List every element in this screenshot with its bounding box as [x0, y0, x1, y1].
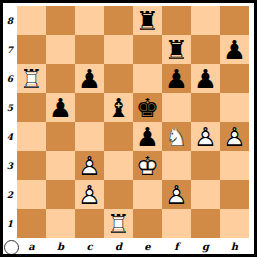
square-e2[interactable] — [133, 180, 162, 209]
square-b3[interactable] — [46, 151, 75, 180]
white-pawn-fill: ♟ — [220, 122, 249, 151]
square-b1[interactable] — [46, 209, 75, 238]
square-h3[interactable] — [220, 151, 249, 180]
square-b5[interactable]: ♟ — [46, 93, 75, 122]
square-f6[interactable]: ♟ — [162, 64, 191, 93]
file-label-e: e — [133, 238, 162, 254]
square-f1[interactable] — [162, 209, 191, 238]
square-g5[interactable] — [191, 93, 220, 122]
file-label-h: h — [220, 238, 249, 254]
black-pawn: ♟ — [162, 64, 191, 93]
square-b7[interactable] — [46, 35, 75, 64]
square-a4[interactable] — [17, 122, 46, 151]
square-g8[interactable] — [191, 6, 220, 35]
white-to-move-indicator — [4, 240, 19, 255]
square-e3[interactable]: ♚♔ — [133, 151, 162, 180]
square-d7[interactable] — [104, 35, 133, 64]
white-king-fill: ♚ — [133, 151, 162, 180]
rank-label-1: 1 — [3, 209, 17, 238]
black-pawn: ♟ — [46, 93, 75, 122]
square-e5[interactable]: ♚ — [133, 93, 162, 122]
file-label-g: g — [191, 238, 220, 254]
square-g3[interactable] — [191, 151, 220, 180]
square-d2[interactable] — [104, 180, 133, 209]
file-label-f: f — [162, 238, 191, 254]
white-pawn: ♙ — [191, 122, 220, 151]
rank-label-2: 2 — [3, 180, 17, 209]
rank-label-4: 4 — [3, 122, 17, 151]
square-b2[interactable] — [46, 180, 75, 209]
file-labels: abcdefgh — [17, 238, 249, 254]
square-a2[interactable] — [17, 180, 46, 209]
board: ♜♜♟♜♖♟♟♟♟♝♚♟♞♘♟♙♟♙♟♙♚♔♟♙♟♙♜♖ — [17, 6, 249, 238]
square-c7[interactable] — [75, 35, 104, 64]
square-a1[interactable] — [17, 209, 46, 238]
chess-diagram: 87654321 ♜♜♟♜♖♟♟♟♟♝♚♟♞♘♟♙♟♙♟♙♚♔♟♙♟♙♜♖ ab… — [0, 0, 257, 257]
square-h6[interactable] — [220, 64, 249, 93]
square-c4[interactable] — [75, 122, 104, 151]
square-d1[interactable]: ♜♖ — [104, 209, 133, 238]
square-h5[interactable] — [220, 93, 249, 122]
square-h2[interactable] — [220, 180, 249, 209]
black-rook: ♜ — [162, 35, 191, 64]
square-a8[interactable] — [17, 6, 46, 35]
square-g6[interactable]: ♟ — [191, 64, 220, 93]
square-e7[interactable] — [133, 35, 162, 64]
rank-label-7: 7 — [3, 35, 17, 64]
black-pawn: ♟ — [75, 64, 104, 93]
square-c6[interactable]: ♟ — [75, 64, 104, 93]
black-king: ♚ — [133, 93, 162, 122]
square-h8[interactable] — [220, 6, 249, 35]
white-pawn: ♙ — [220, 122, 249, 151]
rank-label-3: 3 — [3, 151, 17, 180]
black-bishop: ♝ — [104, 93, 133, 122]
white-rook: ♖ — [17, 64, 46, 93]
square-d5[interactable]: ♝ — [104, 93, 133, 122]
white-knight-fill: ♞ — [162, 122, 191, 151]
rank-label-5: 5 — [3, 93, 17, 122]
square-h7[interactable]: ♟ — [220, 35, 249, 64]
square-e4[interactable]: ♟ — [133, 122, 162, 151]
black-pawn: ♟ — [220, 35, 249, 64]
white-rook: ♖ — [104, 209, 133, 238]
black-rook: ♜ — [133, 6, 162, 35]
white-pawn: ♙ — [75, 151, 104, 180]
square-b4[interactable] — [46, 122, 75, 151]
square-c8[interactable] — [75, 6, 104, 35]
square-g1[interactable] — [191, 209, 220, 238]
square-c5[interactable] — [75, 93, 104, 122]
square-d3[interactable] — [104, 151, 133, 180]
black-pawn: ♟ — [191, 64, 220, 93]
white-pawn: ♙ — [75, 180, 104, 209]
square-g7[interactable] — [191, 35, 220, 64]
square-c3[interactable]: ♟♙ — [75, 151, 104, 180]
square-g4[interactable]: ♟♙ — [191, 122, 220, 151]
square-d4[interactable] — [104, 122, 133, 151]
square-b8[interactable] — [46, 6, 75, 35]
square-h4[interactable]: ♟♙ — [220, 122, 249, 151]
square-a7[interactable] — [17, 35, 46, 64]
white-pawn-fill: ♟ — [75, 151, 104, 180]
square-a5[interactable] — [17, 93, 46, 122]
square-a6[interactable]: ♜♖ — [17, 64, 46, 93]
square-c1[interactable] — [75, 209, 104, 238]
white-king: ♔ — [133, 151, 162, 180]
square-e8[interactable]: ♜ — [133, 6, 162, 35]
square-f3[interactable] — [162, 151, 191, 180]
rank-labels: 87654321 — [3, 6, 17, 238]
white-rook-fill: ♜ — [17, 64, 46, 93]
square-h1[interactable] — [220, 209, 249, 238]
square-f8[interactable] — [162, 6, 191, 35]
file-label-a: a — [17, 238, 46, 254]
file-label-d: d — [104, 238, 133, 254]
square-f2[interactable]: ♟♙ — [162, 180, 191, 209]
rank-label-8: 8 — [3, 6, 17, 35]
square-f4[interactable]: ♞♘ — [162, 122, 191, 151]
white-pawn: ♙ — [162, 180, 191, 209]
square-c2[interactable]: ♟♙ — [75, 180, 104, 209]
square-f7[interactable]: ♜ — [162, 35, 191, 64]
square-d8[interactable] — [104, 6, 133, 35]
rank-label-6: 6 — [3, 64, 17, 93]
square-f5[interactable] — [162, 93, 191, 122]
file-label-c: c — [75, 238, 104, 254]
square-a3[interactable] — [17, 151, 46, 180]
white-pawn-fill: ♟ — [162, 180, 191, 209]
square-b6[interactable] — [46, 64, 75, 93]
square-g2[interactable] — [191, 180, 220, 209]
black-pawn: ♟ — [133, 122, 162, 151]
square-e1[interactable] — [133, 209, 162, 238]
white-pawn-fill: ♟ — [191, 122, 220, 151]
file-label-b: b — [46, 238, 75, 254]
white-knight: ♘ — [162, 122, 191, 151]
square-d6[interactable] — [104, 64, 133, 93]
white-rook-fill: ♜ — [104, 209, 133, 238]
square-e6[interactable] — [133, 64, 162, 93]
white-pawn-fill: ♟ — [75, 180, 104, 209]
